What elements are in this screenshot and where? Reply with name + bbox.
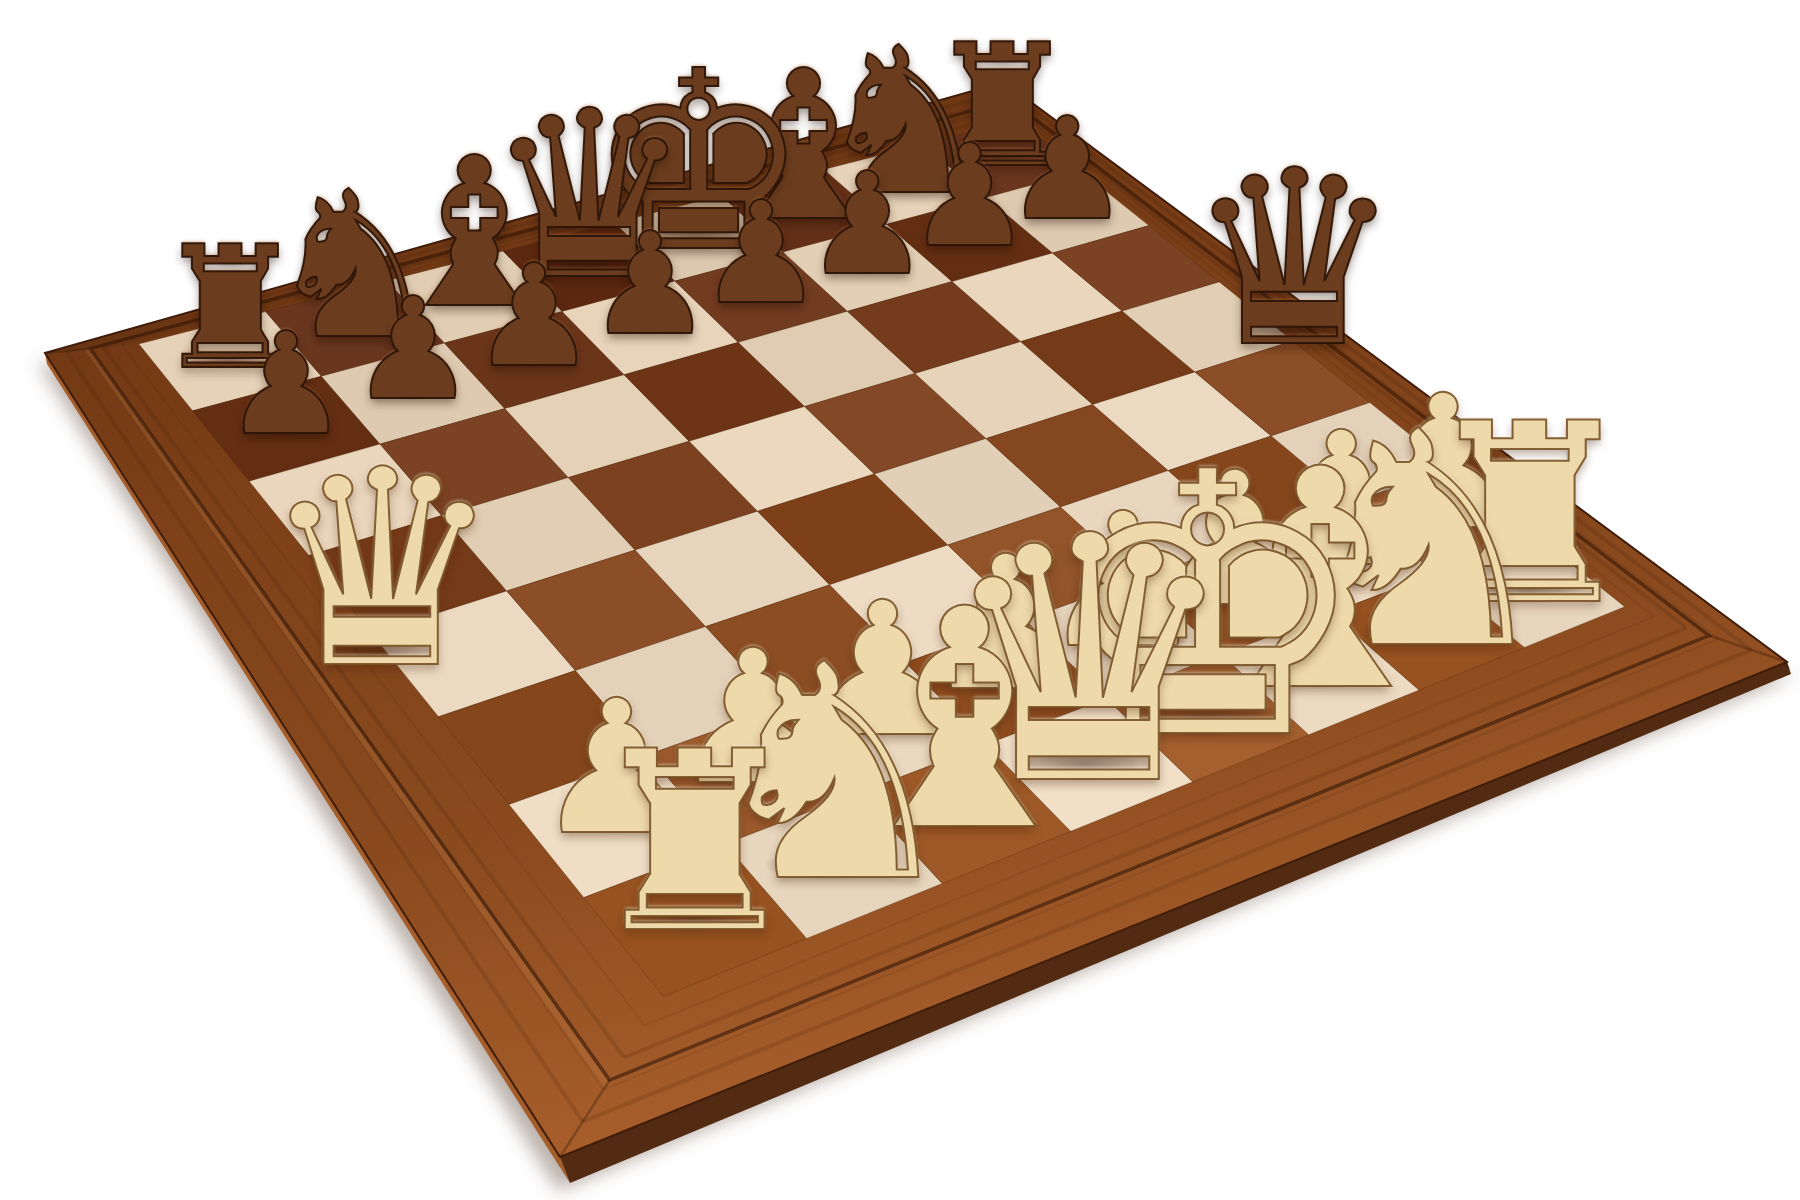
chess-set-photo: ♜♞♝♟♚♟♛♟♝♟♟♞♛♟♜♟♟♟♟♜♟♞♟♛♝♟♚♟♛♟♝♟♞♜ — [0, 0, 1800, 1200]
chess-board — [0, 0, 1800, 1200]
